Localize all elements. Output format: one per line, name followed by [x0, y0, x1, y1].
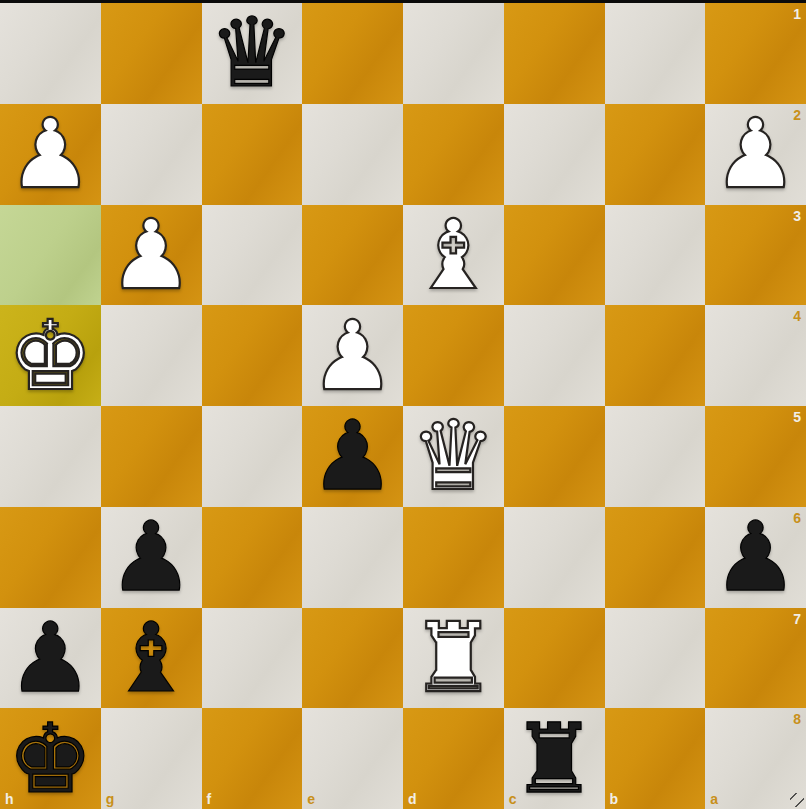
square-g4[interactable] [101, 305, 202, 406]
square-e6[interactable] [302, 507, 403, 608]
square-a7[interactable]: 7 [705, 608, 806, 709]
square-b1[interactable] [605, 3, 706, 104]
square-d6[interactable] [403, 507, 504, 608]
square-c8[interactable]: ♜c [504, 708, 605, 809]
black-king[interactable]: ♚ [7, 711, 93, 807]
square-a5[interactable]: 5 [705, 406, 806, 507]
square-e4[interactable]: ♟ [302, 305, 403, 406]
white-pawn[interactable]: ♟ [7, 106, 93, 202]
square-f5[interactable] [202, 406, 303, 507]
coord-rank-5: 5 [793, 410, 801, 424]
square-f3[interactable] [202, 205, 303, 306]
square-c4[interactable] [504, 305, 605, 406]
white-pawn[interactable]: ♟ [310, 308, 396, 404]
square-g8[interactable]: g [101, 708, 202, 809]
square-b5[interactable] [605, 406, 706, 507]
square-a6[interactable]: ♟6 [705, 507, 806, 608]
coord-rank-8: 8 [793, 712, 801, 726]
coord-rank-4: 4 [793, 309, 801, 323]
coord-file-a: a [710, 792, 718, 806]
square-g7[interactable]: ♝ [101, 608, 202, 709]
square-b7[interactable] [605, 608, 706, 709]
coord-rank-1: 1 [793, 7, 801, 21]
coord-file-f: f [207, 792, 212, 806]
black-pawn[interactable]: ♟ [713, 509, 799, 605]
square-d4[interactable] [403, 305, 504, 406]
white-pawn[interactable]: ♟ [108, 207, 194, 303]
square-h6[interactable] [0, 507, 101, 608]
square-e8[interactable]: e [302, 708, 403, 809]
white-pawn[interactable]: ♟ [713, 106, 799, 202]
square-g2[interactable] [101, 104, 202, 205]
square-c3[interactable] [504, 205, 605, 306]
black-pawn[interactable]: ♟ [7, 610, 93, 706]
white-king[interactable]: ♚ [7, 308, 93, 404]
square-f4[interactable] [202, 305, 303, 406]
square-b3[interactable] [605, 205, 706, 306]
coord-rank-3: 3 [793, 209, 801, 223]
square-d7[interactable]: ♜ [403, 608, 504, 709]
square-h4[interactable]: ♚ [0, 305, 101, 406]
coord-file-d: d [408, 792, 417, 806]
square-h8[interactable]: ♚h [0, 708, 101, 809]
square-c7[interactable] [504, 608, 605, 709]
coord-file-e: e [307, 792, 315, 806]
square-g6[interactable]: ♟ [101, 507, 202, 608]
square-e1[interactable] [302, 3, 403, 104]
square-c6[interactable] [504, 507, 605, 608]
square-b6[interactable] [605, 507, 706, 608]
square-a3[interactable]: 3 [705, 205, 806, 306]
white-bishop[interactable]: ♝ [410, 207, 496, 303]
square-d1[interactable] [403, 3, 504, 104]
square-c2[interactable] [504, 104, 605, 205]
square-g1[interactable] [101, 3, 202, 104]
square-f2[interactable] [202, 104, 303, 205]
square-g3[interactable]: ♟ [101, 205, 202, 306]
black-bishop[interactable]: ♝ [108, 610, 194, 706]
square-a1[interactable]: 1 [705, 3, 806, 104]
square-d2[interactable] [403, 104, 504, 205]
square-e7[interactable] [302, 608, 403, 709]
black-pawn[interactable]: ♟ [108, 509, 194, 605]
square-h3[interactable] [0, 205, 101, 306]
square-c5[interactable] [504, 406, 605, 507]
square-a8[interactable]: 8a [705, 708, 806, 809]
square-d8[interactable]: d [403, 708, 504, 809]
black-queen[interactable]: ♛ [209, 5, 295, 101]
square-e3[interactable] [302, 205, 403, 306]
chess-board: ♛1♟♟2♟♝3♚♟4♟♛5♟♟6♟♝♜7♚hgfed♜cb8a [0, 3, 806, 809]
coord-file-g: g [106, 792, 115, 806]
square-a2[interactable]: ♟2 [705, 104, 806, 205]
page: ♛1♟♟2♟♝3♚♟4♟♛5♟♟6♟♝♜7♚hgfed♜cb8a [0, 0, 806, 809]
square-f6[interactable] [202, 507, 303, 608]
white-queen[interactable]: ♛ [410, 408, 496, 504]
square-c1[interactable] [504, 3, 605, 104]
square-b2[interactable] [605, 104, 706, 205]
square-b8[interactable]: b [605, 708, 706, 809]
square-a4[interactable]: 4 [705, 305, 806, 406]
square-b4[interactable] [605, 305, 706, 406]
black-rook[interactable]: ♜ [511, 711, 597, 807]
square-g5[interactable] [101, 406, 202, 507]
white-rook[interactable]: ♜ [410, 610, 496, 706]
black-pawn[interactable]: ♟ [310, 408, 396, 504]
square-d5[interactable]: ♛ [403, 406, 504, 507]
square-e5[interactable]: ♟ [302, 406, 403, 507]
square-h7[interactable]: ♟ [0, 608, 101, 709]
coord-rank-7: 7 [793, 612, 801, 626]
board-resize-handle-icon[interactable] [790, 793, 804, 807]
square-h1[interactable] [0, 3, 101, 104]
coord-file-b: b [610, 792, 619, 806]
square-d3[interactable]: ♝ [403, 205, 504, 306]
square-e2[interactable] [302, 104, 403, 205]
square-h2[interactable]: ♟ [0, 104, 101, 205]
square-f8[interactable]: f [202, 708, 303, 809]
square-f7[interactable] [202, 608, 303, 709]
square-f1[interactable]: ♛ [202, 3, 303, 104]
square-h5[interactable] [0, 406, 101, 507]
